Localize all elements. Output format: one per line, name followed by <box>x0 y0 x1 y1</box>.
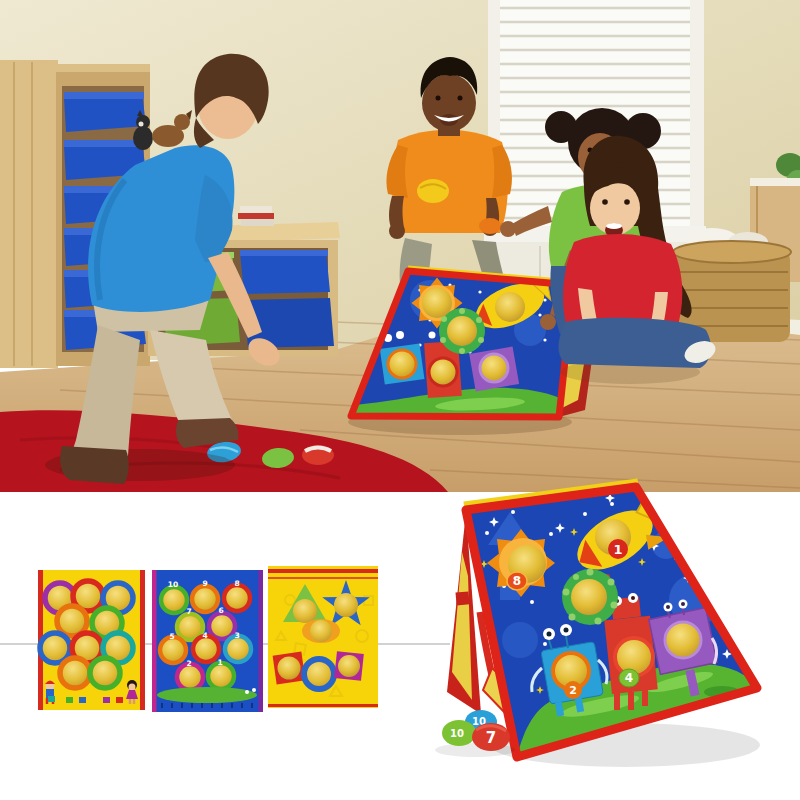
mat-number-5: 5 <box>169 632 174 641</box>
comet-hole: 8 <box>487 529 555 597</box>
mat-number-8: 8 <box>234 579 239 588</box>
books <box>238 206 274 226</box>
mat-circles <box>38 570 145 710</box>
mat-number-1: 1 <box>217 658 222 667</box>
mat-number-7: 7 <box>186 607 191 616</box>
mat-number-9: 9 <box>202 579 207 588</box>
airborne-beanbag <box>417 179 449 203</box>
product-area: 10 9 8 7 6 5 4 3 2 1 <box>0 483 800 800</box>
mat-number-4: 4 <box>202 631 207 640</box>
grass-caterpillar <box>157 687 257 703</box>
mat-numbers: 10 9 8 7 6 5 4 3 2 1 <box>152 570 263 712</box>
mat-shapes <box>268 566 378 708</box>
hole-number-8: 8 <box>513 574 521 588</box>
beanbag-green-number: 10 <box>450 728 464 739</box>
hole-number-4: 4 <box>625 671 633 685</box>
mat-number-3: 3 <box>234 631 239 640</box>
mat-number-6: 6 <box>218 606 223 615</box>
product-lifestyle-image: 10 9 8 7 6 5 4 3 2 1 <box>0 0 800 800</box>
blue-ring <box>304 659 334 689</box>
mat-number-10: 10 <box>168 580 178 589</box>
mat-number-2: 2 <box>186 659 191 668</box>
orange-beanbag-in-hand <box>479 218 501 234</box>
beanbag-red-number: 7 <box>486 729 496 747</box>
hole-number-2: 2 <box>569 684 577 697</box>
hole-number-1: 1 <box>613 542 622 557</box>
photo-scene <box>0 0 800 492</box>
scene-svg: 10 9 8 7 6 5 4 3 2 1 <box>0 0 800 800</box>
